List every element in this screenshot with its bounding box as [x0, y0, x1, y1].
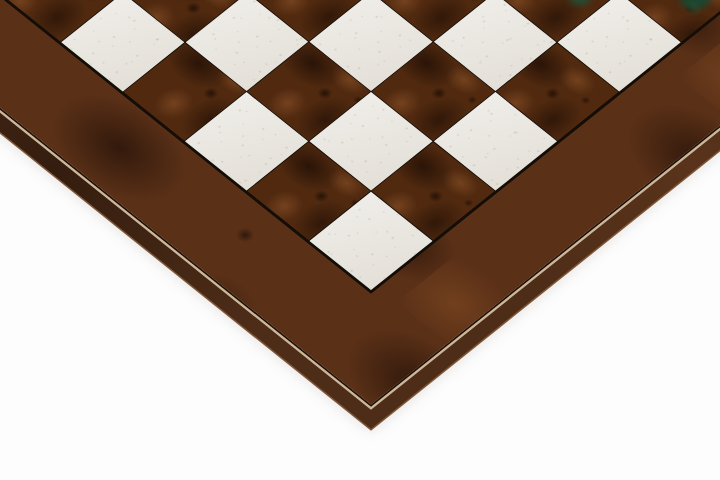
product-photo-stage — [0, 0, 720, 480]
background-object-blur — [690, 5, 697, 11]
